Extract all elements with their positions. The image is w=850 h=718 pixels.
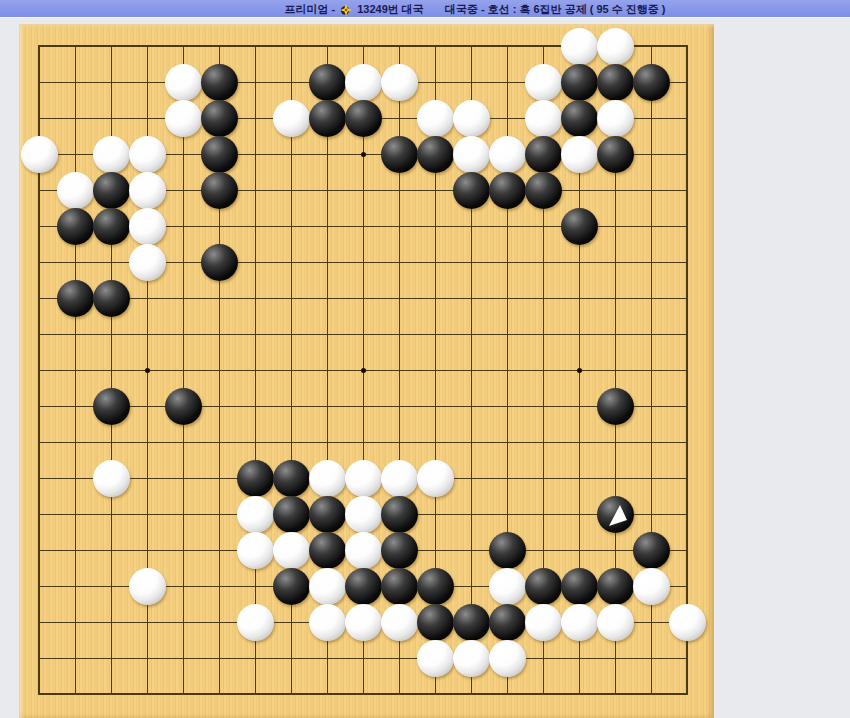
stone-white (453, 136, 490, 173)
stone-white (165, 64, 202, 101)
stone-white (129, 172, 166, 209)
stone-black (597, 388, 634, 425)
stone-black (417, 604, 454, 641)
stone-white (237, 604, 274, 641)
stone-white (597, 604, 634, 641)
stone-black (93, 280, 130, 317)
stone-black (597, 64, 634, 101)
game-title: 13249번 대국 (357, 2, 424, 17)
stone-white (489, 136, 526, 173)
stone-white (345, 460, 382, 497)
stone-black (309, 532, 346, 569)
title-bar: 프리미엄 - 13249번 대국 대국중 - 호선 : 흑 6집반 공제 ( 9… (0, 0, 850, 18)
grid-line (39, 406, 688, 407)
stone-white (129, 136, 166, 173)
last-move-marker-icon (597, 496, 634, 533)
stone-black (57, 280, 94, 317)
stone-white (93, 460, 130, 497)
stone-white (417, 640, 454, 677)
stone-black (273, 496, 310, 533)
stone-white (561, 28, 598, 65)
stone-white (489, 640, 526, 677)
stone-black (57, 208, 94, 245)
stone-black (165, 388, 202, 425)
stone-black (93, 388, 130, 425)
stone-white (381, 64, 418, 101)
stone-black (489, 604, 526, 641)
stone-black (345, 100, 382, 137)
premium-label: 프리미엄 - (284, 2, 335, 17)
stone-white (525, 100, 562, 137)
stone-black (633, 64, 670, 101)
premium-star-badge-icon (340, 4, 352, 16)
stone-white (129, 208, 166, 245)
stone-white (165, 100, 202, 137)
stone-white (273, 100, 310, 137)
stone-black (525, 172, 562, 209)
stone-black (453, 604, 490, 641)
star-point (361, 368, 366, 373)
stone-white (273, 532, 310, 569)
stone-white (345, 532, 382, 569)
stone-white (381, 604, 418, 641)
stone-white (237, 496, 274, 533)
stone-black (633, 532, 670, 569)
stone-black (561, 64, 598, 101)
star-point (145, 368, 150, 373)
stone-white (633, 568, 670, 605)
stone-black (489, 532, 526, 569)
stone-white (597, 100, 634, 137)
stone-black (201, 100, 238, 137)
stone-black (201, 244, 238, 281)
stone-white (129, 568, 166, 605)
stone-white (561, 136, 598, 173)
stone-white (57, 172, 94, 209)
stone-white (345, 64, 382, 101)
star-point (361, 152, 366, 157)
stone-white (453, 640, 490, 677)
stone-white (345, 496, 382, 533)
stone-black (309, 100, 346, 137)
stone-white (525, 604, 562, 641)
stone-black (201, 64, 238, 101)
stone-black (273, 568, 310, 605)
star-point (577, 368, 582, 373)
stone-white (381, 460, 418, 497)
stone-black (381, 532, 418, 569)
go-board[interactable] (19, 24, 714, 718)
stone-black (597, 136, 634, 173)
stone-black (525, 568, 562, 605)
stone-black (381, 136, 418, 173)
grid-line (39, 442, 688, 443)
stone-white (309, 460, 346, 497)
stone-black (525, 136, 562, 173)
stone-black (93, 172, 130, 209)
grid-line (39, 658, 688, 659)
stone-white (237, 532, 274, 569)
stone-white (309, 604, 346, 641)
stone-black (489, 172, 526, 209)
stone-white (453, 100, 490, 137)
stone-white (93, 136, 130, 173)
stone-black (417, 568, 454, 605)
stone-black (561, 100, 598, 137)
stone-white (309, 568, 346, 605)
stone-black (309, 64, 346, 101)
stone-black (561, 568, 598, 605)
stone-white (417, 460, 454, 497)
stone-white (21, 136, 58, 173)
stone-white (525, 64, 562, 101)
stone-black (381, 496, 418, 533)
stone-black (345, 568, 382, 605)
stone-white (417, 100, 454, 137)
stone-white (129, 244, 166, 281)
stone-black (237, 460, 274, 497)
stone-black (597, 568, 634, 605)
stone-white (597, 28, 634, 65)
game-status: 대국중 - 호선 : 흑 6집반 공제 ( 95 수 진행중 ) (445, 2, 666, 17)
stone-white (669, 604, 706, 641)
stone-black (93, 208, 130, 245)
stone-black (561, 208, 598, 245)
stone-white (345, 604, 382, 641)
stone-black (201, 172, 238, 209)
stone-black (417, 136, 454, 173)
stone-black (201, 136, 238, 173)
window-title: 프리미엄 - 13249번 대국 대국중 - 호선 : 흑 6집반 공제 ( 9… (50, 2, 850, 17)
stone-black (381, 568, 418, 605)
stone-black (597, 496, 634, 533)
stone-white (561, 604, 598, 641)
stone-black (273, 460, 310, 497)
stone-white (489, 568, 526, 605)
stone-black (309, 496, 346, 533)
stone-black (453, 172, 490, 209)
